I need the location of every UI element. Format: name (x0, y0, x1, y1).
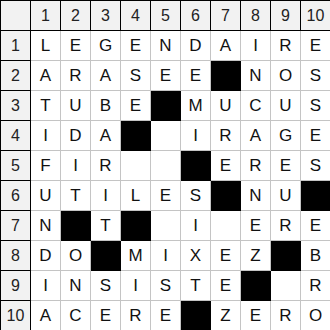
cell-r8-c2[interactable]: O (61, 241, 91, 271)
row-header-4: 4 (1, 121, 31, 151)
row-header-2: 2 (1, 61, 31, 91)
cell-r10-c3[interactable]: E (91, 301, 121, 330)
block-cell-r8-c3 (91, 241, 121, 271)
cell-r5-c3[interactable]: R (91, 151, 121, 181)
cell-r1-c8[interactable]: I (241, 31, 271, 61)
cell-r2-c1[interactable]: A (31, 61, 61, 91)
block-cell-r10-c6 (181, 301, 211, 330)
cell-r4-c1[interactable]: I (31, 121, 61, 151)
cell-r1-c1[interactable]: L (31, 31, 61, 61)
row-header-6: 6 (1, 181, 31, 211)
cell-r7-c3[interactable]: T (91, 211, 121, 241)
row-header-10: 10 (1, 301, 31, 330)
cell-r1-c2[interactable]: E (61, 31, 91, 61)
cell-r4-c6[interactable]: I (181, 121, 211, 151)
cell-r6-c4[interactable]: L (121, 181, 151, 211)
col-header-6: 6 (181, 1, 211, 31)
row-header-8: 8 (1, 241, 31, 271)
cell-r3-c8[interactable]: C (241, 91, 271, 121)
block-cell-r6-c10 (301, 181, 330, 211)
cell-r7-c1[interactable]: N (31, 211, 61, 241)
cell-r5-c1[interactable]: F (31, 151, 61, 181)
cell-r9-c9[interactable] (271, 271, 301, 301)
cell-r1-c5[interactable]: N (151, 31, 181, 61)
cell-r6-c2[interactable]: T (61, 181, 91, 211)
cell-r4-c3[interactable]: A (91, 121, 121, 151)
cell-r6-c3[interactable]: I (91, 181, 121, 211)
block-cell-r3-c5 (151, 91, 181, 121)
cell-r10-c1[interactable]: A (31, 301, 61, 330)
cell-r1-c6[interactable]: D (181, 31, 211, 61)
cell-r2-c2[interactable]: R (61, 61, 91, 91)
cell-r4-c7[interactable]: R (211, 121, 241, 151)
cell-r8-c8[interactable]: Z (241, 241, 271, 271)
cell-r2-c4[interactable]: S (121, 61, 151, 91)
cell-r9-c10[interactable]: R (301, 271, 330, 301)
cell-r10-c2[interactable]: C (61, 301, 91, 330)
cell-r8-c7[interactable]: E (211, 241, 241, 271)
cell-r4-c5[interactable] (151, 121, 181, 151)
row-header-3: 3 (1, 91, 31, 121)
cell-r1-c3[interactable]: G (91, 31, 121, 61)
row-header-1: 1 (1, 31, 31, 61)
block-cell-r7-c4 (121, 211, 151, 241)
block-cell-r9-c8 (241, 271, 271, 301)
row-header-7: 7 (1, 211, 31, 241)
cell-r3-c2[interactable]: U (61, 91, 91, 121)
cell-r10-c8[interactable]: E (241, 301, 271, 330)
cell-r8-c1[interactable]: D (31, 241, 61, 271)
cell-r5-c2[interactable]: I (61, 151, 91, 181)
cell-r3-c4[interactable]: E (121, 91, 151, 121)
col-header-9: 9 (271, 1, 301, 31)
cell-r6-c5[interactable]: E (151, 181, 181, 211)
cell-r9-c3[interactable]: S (91, 271, 121, 301)
col-header-2: 2 (61, 1, 91, 31)
cell-r2-c6[interactable]: E (181, 61, 211, 91)
cell-r6-c1[interactable]: U (31, 181, 61, 211)
cell-r9-c1[interactable]: I (31, 271, 61, 301)
cell-r6-c8[interactable]: N (241, 181, 271, 211)
cell-r7-c8[interactable]: E (241, 211, 271, 241)
cell-r6-c6[interactable]: S (181, 181, 211, 211)
col-header-4: 4 (121, 1, 151, 31)
cell-r7-c6[interactable]: I (181, 211, 211, 241)
cell-r8-c4[interactable]: M (121, 241, 151, 271)
cell-r3-c6[interactable]: M (181, 91, 211, 121)
cell-r3-c7[interactable]: U (211, 91, 241, 121)
cell-r5-c8[interactable]: R (241, 151, 271, 181)
cell-r1-c7[interactable]: A (211, 31, 241, 61)
cell-r10-c4[interactable]: R (121, 301, 151, 330)
col-header-10: 10 (301, 1, 330, 31)
cell-r3-c1[interactable]: T (31, 91, 61, 121)
cell-r5-c4[interactable] (121, 151, 151, 181)
col-header-5: 5 (151, 1, 181, 31)
cell-r7-c10[interactable]: E (301, 211, 330, 241)
cell-r3-c9[interactable]: U (271, 91, 301, 121)
corner-cell (1, 1, 31, 31)
col-header-8: 8 (241, 1, 271, 31)
cell-r7-c5[interactable] (151, 211, 181, 241)
cell-r9-c7[interactable]: E (211, 271, 241, 301)
cell-r1-c9[interactable]: R (271, 31, 301, 61)
cell-r2-c5[interactable]: E (151, 61, 181, 91)
cell-r5-c10[interactable]: S (301, 151, 330, 181)
cell-r3-c3[interactable]: B (91, 91, 121, 121)
block-cell-r2-c7 (211, 61, 241, 91)
cell-r5-c9[interactable]: E (271, 151, 301, 181)
cell-r10-c10[interactable]: O (301, 301, 330, 330)
cell-r4-c10[interactable]: E (301, 121, 330, 151)
cell-r3-c10[interactable]: S (301, 91, 330, 121)
cell-r9-c2[interactable]: N (61, 271, 91, 301)
cell-r4-c8[interactable]: A (241, 121, 271, 151)
block-cell-r8-c9 (271, 241, 301, 271)
cell-r7-c7[interactable] (211, 211, 241, 241)
cell-r5-c5[interactable] (151, 151, 181, 181)
cell-r10-c5[interactable]: E (151, 301, 181, 330)
cell-r8-c10[interactable]: B (301, 241, 330, 271)
col-header-7: 7 (211, 1, 241, 31)
cell-r4-c9[interactable]: G (271, 121, 301, 151)
cell-r2-c3[interactable]: A (91, 61, 121, 91)
block-cell-r4-c4 (121, 121, 151, 151)
col-header-1: 1 (31, 1, 61, 31)
cell-r9-c5[interactable]: S (151, 271, 181, 301)
cell-r8-c5[interactable]: I (151, 241, 181, 271)
row-header-5: 5 (1, 151, 31, 181)
row-header-9: 9 (1, 271, 31, 301)
col-header-3: 3 (91, 1, 121, 31)
cell-r4-c2[interactable]: D (61, 121, 91, 151)
cell-r1-c4[interactable]: E (121, 31, 151, 61)
cell-r8-c6[interactable]: X (181, 241, 211, 271)
cell-r10-c7[interactable]: Z (211, 301, 241, 330)
cell-r9-c6[interactable]: T (181, 271, 211, 301)
cell-r5-c7[interactable]: E (211, 151, 241, 181)
cell-r9-c4[interactable]: I (121, 271, 151, 301)
cell-r10-c9[interactable]: R (271, 301, 301, 330)
cell-r7-c9[interactable]: R (271, 211, 301, 241)
cell-r2-c9[interactable]: O (271, 61, 301, 91)
cell-r2-c10[interactable]: S (301, 61, 330, 91)
cell-r6-c9[interactable]: U (271, 181, 301, 211)
block-cell-r6-c7 (211, 181, 241, 211)
block-cell-r7-c2 (61, 211, 91, 241)
cell-r1-c10[interactable]: E (301, 31, 330, 61)
crossword-board: 123456789101LEGENDAIRE2ARASEENOS3TUBEMUC… (0, 0, 330, 330)
block-cell-r5-c6 (181, 151, 211, 181)
cell-r2-c8[interactable]: N (241, 61, 271, 91)
